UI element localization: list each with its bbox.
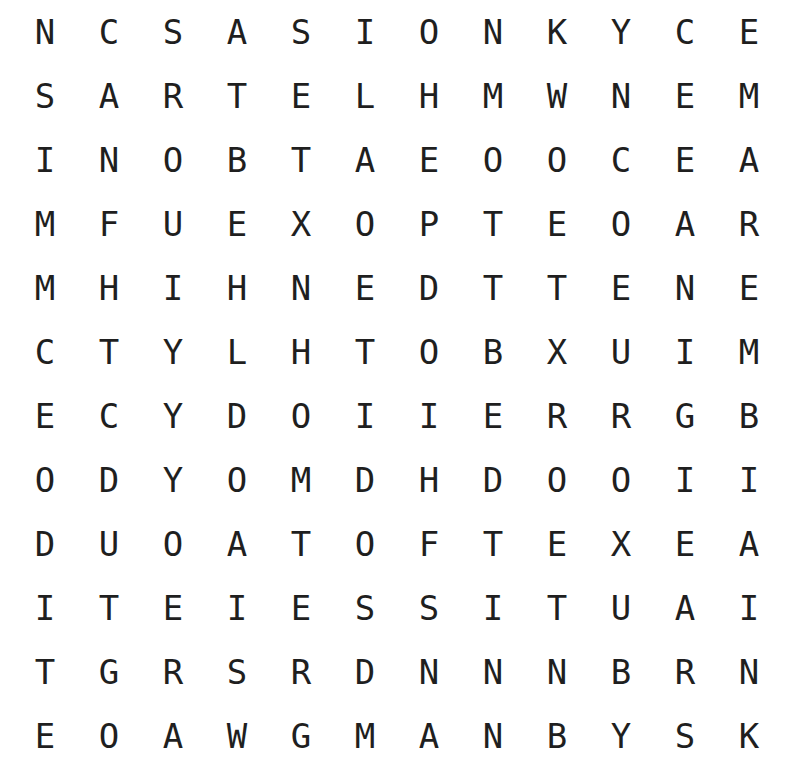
grid-cell[interactable]: R <box>717 192 781 256</box>
grid-cell[interactable]: D <box>205 384 269 448</box>
grid-cell[interactable]: A <box>717 128 781 192</box>
grid-cell[interactable]: N <box>525 640 589 704</box>
grid-cell[interactable]: L <box>205 320 269 384</box>
grid-cell[interactable]: O <box>397 320 461 384</box>
grid-cell[interactable]: O <box>333 512 397 576</box>
grid-cell[interactable]: T <box>269 128 333 192</box>
grid-cell[interactable]: N <box>461 0 525 64</box>
grid-cell[interactable]: Y <box>141 448 205 512</box>
grid-cell[interactable]: O <box>141 512 205 576</box>
grid-cell[interactable]: I <box>717 448 781 512</box>
grid-cell[interactable]: G <box>653 384 717 448</box>
grid-cell[interactable]: Y <box>589 704 653 768</box>
grid-cell[interactable]: O <box>205 448 269 512</box>
grid-cell[interactable]: N <box>269 256 333 320</box>
grid-cell[interactable]: N <box>77 128 141 192</box>
grid-cell[interactable]: B <box>589 640 653 704</box>
grid-cell[interactable]: A <box>397 704 461 768</box>
grid-cell[interactable]: E <box>13 704 77 768</box>
grid-cell[interactable]: K <box>717 704 781 768</box>
grid-cell[interactable]: E <box>653 128 717 192</box>
grid-cell[interactable]: O <box>461 128 525 192</box>
grid-cell[interactable]: U <box>589 320 653 384</box>
grid-cell[interactable]: H <box>269 320 333 384</box>
grid-cell[interactable]: T <box>77 576 141 640</box>
grid-cell[interactable]: A <box>77 64 141 128</box>
grid-cell[interactable]: H <box>397 64 461 128</box>
grid-cell[interactable]: E <box>205 192 269 256</box>
grid-cell[interactable]: H <box>205 256 269 320</box>
grid-cell[interactable]: A <box>141 704 205 768</box>
grid-cell[interactable]: K <box>525 0 589 64</box>
grid-cell[interactable]: M <box>333 704 397 768</box>
grid-cell[interactable]: A <box>653 576 717 640</box>
grid-cell[interactable]: E <box>717 0 781 64</box>
grid-cell[interactable]: A <box>653 192 717 256</box>
grid-cell[interactable]: C <box>589 128 653 192</box>
grid-cell[interactable]: B <box>205 128 269 192</box>
grid-cell[interactable]: E <box>13 384 77 448</box>
grid-cell[interactable]: I <box>461 576 525 640</box>
grid-cell[interactable]: R <box>525 384 589 448</box>
grid-cell[interactable]: F <box>397 512 461 576</box>
grid-cell[interactable]: I <box>397 384 461 448</box>
grid-cell[interactable]: T <box>333 320 397 384</box>
grid-cell[interactable]: G <box>269 704 333 768</box>
grid-cell[interactable]: I <box>13 128 77 192</box>
grid-cell[interactable]: D <box>461 448 525 512</box>
grid-cell[interactable]: T <box>461 192 525 256</box>
grid-cell[interactable]: I <box>333 0 397 64</box>
grid-cell[interactable]: D <box>397 256 461 320</box>
word-search-board: NCSASIONKYCESARTELHMWNEMINOBTAEOOCEAMFUE… <box>0 0 800 768</box>
grid-cell[interactable]: B <box>717 384 781 448</box>
grid-cell[interactable]: S <box>13 64 77 128</box>
grid-cell[interactable]: T <box>13 640 77 704</box>
grid-cell[interactable]: C <box>77 0 141 64</box>
grid-cell[interactable]: I <box>205 576 269 640</box>
grid-cell[interactable]: S <box>205 640 269 704</box>
grid-cell[interactable]: O <box>333 192 397 256</box>
grid-cell[interactable]: T <box>269 512 333 576</box>
grid-cell[interactable]: H <box>397 448 461 512</box>
grid-cell[interactable]: N <box>653 256 717 320</box>
grid-cell[interactable]: M <box>717 320 781 384</box>
grid-cell[interactable]: F <box>77 192 141 256</box>
grid-cell[interactable]: N <box>397 640 461 704</box>
grid-cell[interactable]: M <box>717 64 781 128</box>
grid-cell[interactable]: R <box>141 640 205 704</box>
grid-cell[interactable]: M <box>13 192 77 256</box>
grid-cell[interactable]: R <box>653 640 717 704</box>
grid-cell[interactable]: T <box>525 576 589 640</box>
grid-cell[interactable]: R <box>141 64 205 128</box>
grid-cell[interactable]: H <box>77 256 141 320</box>
grid-cell[interactable]: D <box>13 512 77 576</box>
grid-cell[interactable]: X <box>525 320 589 384</box>
grid-cell[interactable]: B <box>525 704 589 768</box>
grid-cell[interactable]: M <box>269 448 333 512</box>
grid-cell[interactable]: L <box>333 64 397 128</box>
grid-cell[interactable]: P <box>397 192 461 256</box>
grid-cell[interactable]: R <box>589 384 653 448</box>
grid-cell[interactable]: Y <box>141 320 205 384</box>
grid-cell[interactable]: E <box>397 128 461 192</box>
grid-cell[interactable]: O <box>13 448 77 512</box>
word-search-grid: NCSASIONKYCESARTELHMWNEMINOBTAEOOCEAMFUE… <box>13 0 781 768</box>
grid-cell[interactable]: S <box>333 576 397 640</box>
grid-cell[interactable]: I <box>333 384 397 448</box>
grid-cell[interactable]: D <box>333 640 397 704</box>
grid-cell[interactable]: W <box>205 704 269 768</box>
grid-cell[interactable]: N <box>461 704 525 768</box>
grid-cell[interactable]: E <box>717 256 781 320</box>
grid-cell[interactable]: X <box>269 192 333 256</box>
grid-cell[interactable]: T <box>525 256 589 320</box>
grid-cell[interactable]: O <box>589 192 653 256</box>
grid-cell[interactable]: A <box>205 512 269 576</box>
grid-cell[interactable]: G <box>77 640 141 704</box>
grid-cell[interactable]: U <box>589 576 653 640</box>
grid-cell[interactable]: T <box>77 320 141 384</box>
grid-cell[interactable]: E <box>589 256 653 320</box>
grid-cell[interactable]: E <box>653 64 717 128</box>
grid-cell[interactable]: A <box>205 0 269 64</box>
grid-cell[interactable]: O <box>525 448 589 512</box>
grid-cell[interactable]: O <box>589 448 653 512</box>
grid-cell[interactable]: E <box>653 512 717 576</box>
grid-cell[interactable]: S <box>653 704 717 768</box>
grid-cell[interactable]: I <box>13 576 77 640</box>
grid-cell[interactable]: T <box>205 64 269 128</box>
grid-cell[interactable]: T <box>461 256 525 320</box>
grid-cell[interactable]: I <box>653 448 717 512</box>
grid-cell[interactable]: E <box>269 64 333 128</box>
grid-cell[interactable]: S <box>141 0 205 64</box>
grid-cell[interactable]: I <box>717 576 781 640</box>
grid-cell[interactable]: N <box>13 0 77 64</box>
grid-cell[interactable]: N <box>461 640 525 704</box>
grid-cell[interactable]: N <box>717 640 781 704</box>
grid-cell[interactable]: R <box>269 640 333 704</box>
grid-cell[interactable]: O <box>397 0 461 64</box>
grid-cell[interactable]: E <box>525 192 589 256</box>
grid-cell[interactable]: W <box>525 64 589 128</box>
grid-cell[interactable]: O <box>269 384 333 448</box>
grid-cell[interactable]: U <box>77 512 141 576</box>
grid-cell[interactable]: B <box>461 320 525 384</box>
grid-cell[interactable]: U <box>141 192 205 256</box>
grid-cell[interactable]: M <box>461 64 525 128</box>
grid-cell[interactable]: M <box>13 256 77 320</box>
grid-cell[interactable]: E <box>525 512 589 576</box>
grid-cell[interactable]: I <box>141 256 205 320</box>
grid-cell[interactable]: D <box>333 448 397 512</box>
grid-cell[interactable]: A <box>333 128 397 192</box>
grid-cell[interactable]: O <box>77 704 141 768</box>
grid-cell[interactable]: C <box>13 320 77 384</box>
grid-cell[interactable]: Y <box>589 0 653 64</box>
grid-cell[interactable]: E <box>141 576 205 640</box>
grid-cell[interactable]: O <box>525 128 589 192</box>
grid-cell[interactable]: S <box>269 0 333 64</box>
grid-cell[interactable]: I <box>653 320 717 384</box>
grid-cell[interactable]: N <box>589 64 653 128</box>
grid-cell[interactable]: C <box>653 0 717 64</box>
grid-cell[interactable]: A <box>717 512 781 576</box>
grid-cell[interactable]: E <box>269 576 333 640</box>
grid-cell[interactable]: E <box>461 384 525 448</box>
grid-cell[interactable]: E <box>333 256 397 320</box>
grid-cell[interactable]: Y <box>141 384 205 448</box>
grid-cell[interactable]: D <box>77 448 141 512</box>
grid-cell[interactable]: X <box>589 512 653 576</box>
grid-cell[interactable]: O <box>141 128 205 192</box>
grid-cell[interactable]: T <box>461 512 525 576</box>
grid-cell[interactable]: C <box>77 384 141 448</box>
grid-cell[interactable]: S <box>397 576 461 640</box>
